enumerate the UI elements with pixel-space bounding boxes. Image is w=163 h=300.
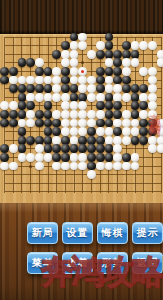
white-stone — [113, 84, 122, 93]
white-stone — [78, 76, 87, 85]
black-stone — [105, 153, 114, 162]
white-stone — [122, 119, 131, 128]
top-wood-header — [0, 0, 163, 34]
grid-line — [5, 191, 163, 192]
white-stone — [148, 101, 157, 110]
white-stone — [35, 153, 44, 162]
white-stone — [35, 58, 44, 67]
black-stone — [18, 58, 27, 67]
white-stone — [157, 50, 163, 59]
black-stone — [0, 144, 9, 153]
situation-button[interactable]: 形势 — [97, 252, 128, 274]
new-game-button[interactable]: 新局 — [27, 222, 58, 244]
black-stone — [52, 50, 61, 59]
white-stone — [44, 93, 53, 102]
black-stone — [96, 76, 105, 85]
white-stone — [61, 50, 70, 59]
white-stone — [26, 119, 35, 128]
black-stone — [78, 144, 87, 153]
white-stone — [9, 162, 18, 171]
black-stone — [35, 84, 44, 93]
white-stone — [70, 127, 79, 136]
white-stone — [148, 144, 157, 153]
white-stone — [26, 153, 35, 162]
black-stone — [139, 101, 148, 110]
white-stone — [52, 162, 61, 171]
black-stone — [87, 127, 96, 136]
star-point — [81, 61, 84, 64]
black-stone — [87, 153, 96, 162]
white-stone — [26, 93, 35, 102]
black-stone — [105, 110, 114, 119]
white-stone — [70, 67, 79, 76]
settings-button[interactable]: 设置 — [62, 222, 93, 244]
black-stone — [131, 84, 140, 93]
black-stone — [131, 110, 140, 119]
black-stone — [44, 110, 53, 119]
black-stone — [26, 101, 35, 110]
black-stone — [0, 153, 9, 162]
black-stone — [0, 76, 9, 85]
white-stone — [113, 136, 122, 145]
black-stone — [96, 153, 105, 162]
black-stone — [122, 84, 131, 93]
black-stone — [96, 84, 105, 93]
white-stone — [148, 136, 157, 145]
white-stone — [18, 119, 27, 128]
black-stone — [105, 101, 114, 110]
white-stone — [148, 76, 157, 85]
white-stone — [78, 162, 87, 171]
black-stone — [18, 144, 27, 153]
white-stone — [35, 76, 44, 85]
black-stone — [18, 93, 27, 102]
go-board[interactable] — [0, 34, 163, 203]
white-stone — [0, 101, 9, 110]
white-stone — [9, 76, 18, 85]
black-stone — [52, 144, 61, 153]
white-stone — [122, 58, 131, 67]
black-stone — [0, 67, 9, 76]
white-stone — [148, 84, 157, 93]
black-stone — [139, 119, 148, 128]
black-stone — [44, 67, 53, 76]
white-stone — [61, 93, 70, 102]
black-stone — [44, 101, 53, 110]
white-stone — [70, 136, 79, 145]
black-stone — [105, 41, 114, 50]
white-stone — [52, 84, 61, 93]
white-stone — [139, 67, 148, 76]
black-stone — [96, 144, 105, 153]
black-stone — [44, 119, 53, 128]
black-stone — [113, 76, 122, 85]
black-stone — [61, 144, 70, 153]
black-stone — [9, 84, 18, 93]
black-stone — [131, 93, 140, 102]
black-stone — [9, 67, 18, 76]
black-stone — [139, 136, 148, 145]
black-stone — [105, 119, 114, 128]
white-stone — [52, 67, 61, 76]
white-stone — [70, 110, 79, 119]
white-stone — [35, 162, 44, 171]
last-move-marker — [81, 70, 84, 73]
white-stone — [96, 127, 105, 136]
white-stone — [122, 127, 131, 136]
black-stone — [122, 50, 131, 59]
white-stone — [105, 136, 114, 145]
black-stone — [70, 33, 79, 42]
white-stone — [78, 33, 87, 42]
white-stone — [87, 50, 96, 59]
app-screen: 新局 设置 悔棋 提示 菜单 虚着 形势 返回 奔鸿攻略网 奔鸿攻略网 — [0, 0, 163, 300]
white-stone — [87, 76, 96, 85]
black-stone — [148, 119, 157, 128]
black-stone — [9, 119, 18, 128]
white-stone — [113, 144, 122, 153]
black-stone — [70, 84, 79, 93]
white-stone — [70, 41, 79, 50]
black-stone — [61, 76, 70, 85]
black-stone — [61, 67, 70, 76]
black-stone — [96, 101, 105, 110]
white-stone — [87, 170, 96, 179]
black-stone — [113, 67, 122, 76]
white-stone — [157, 119, 163, 128]
hint-button[interactable]: 提示 — [132, 222, 163, 244]
black-stone — [139, 84, 148, 93]
white-stone — [44, 76, 53, 85]
white-stone — [131, 153, 140, 162]
black-stone — [18, 136, 27, 145]
black-stone — [96, 136, 105, 145]
black-stone — [44, 144, 53, 153]
white-stone — [70, 76, 79, 85]
white-stone — [122, 93, 131, 102]
white-stone — [131, 127, 140, 136]
pass-button[interactable]: 虚着 — [62, 252, 93, 274]
white-stone — [87, 93, 96, 102]
white-stone — [78, 84, 87, 93]
black-stone — [139, 127, 148, 136]
black-stone — [131, 136, 140, 145]
white-stone — [105, 58, 114, 67]
white-stone — [87, 119, 96, 128]
black-stone — [122, 41, 131, 50]
black-stone — [113, 127, 122, 136]
black-stone — [87, 144, 96, 153]
black-stone — [35, 110, 44, 119]
white-stone — [148, 110, 157, 119]
white-stone — [70, 153, 79, 162]
black-stone — [26, 84, 35, 93]
white-stone — [122, 162, 131, 171]
white-stone — [78, 101, 87, 110]
black-stone — [70, 144, 79, 153]
black-stone — [18, 84, 27, 93]
white-stone — [139, 41, 148, 50]
white-stone — [131, 41, 140, 50]
white-stone — [70, 50, 79, 59]
white-stone — [139, 93, 148, 102]
white-stone — [61, 119, 70, 128]
black-stone — [105, 67, 114, 76]
black-stone — [52, 127, 61, 136]
black-stone — [122, 153, 131, 162]
black-stone — [78, 93, 87, 102]
black-stone — [87, 136, 96, 145]
black-stone — [96, 67, 105, 76]
white-stone — [52, 110, 61, 119]
black-stone — [87, 162, 96, 171]
white-stone — [157, 144, 163, 153]
white-stone — [148, 41, 157, 50]
black-stone — [52, 153, 61, 162]
white-stone — [0, 162, 9, 171]
white-stone — [131, 162, 140, 171]
black-stone — [61, 153, 70, 162]
white-stone — [105, 162, 114, 171]
white-stone — [44, 153, 53, 162]
black-stone — [35, 136, 44, 145]
undo-button[interactable]: 悔棋 — [97, 222, 128, 244]
black-stone — [148, 127, 157, 136]
black-stone — [44, 127, 53, 136]
white-stone — [61, 58, 70, 67]
white-stone — [70, 119, 79, 128]
black-stone — [35, 67, 44, 76]
white-stone — [87, 110, 96, 119]
white-stone — [122, 136, 131, 145]
white-stone — [139, 110, 148, 119]
white-stone — [18, 76, 27, 85]
white-stone — [96, 110, 105, 119]
black-stone — [105, 93, 114, 102]
black-stone — [113, 50, 122, 59]
white-stone — [87, 84, 96, 93]
white-stone — [96, 41, 105, 50]
black-stone — [70, 93, 79, 102]
white-stone — [78, 127, 87, 136]
white-stone — [70, 58, 79, 67]
white-stone — [113, 119, 122, 128]
white-stone — [131, 119, 140, 128]
white-stone — [9, 144, 18, 153]
black-stone — [35, 119, 44, 128]
black-stone — [52, 119, 61, 128]
white-stone — [61, 162, 70, 171]
black-stone — [44, 84, 53, 93]
black-stone — [131, 50, 140, 59]
white-stone — [157, 136, 163, 145]
white-stone — [113, 153, 122, 162]
white-stone — [78, 119, 87, 128]
white-stone — [78, 153, 87, 162]
black-stone — [18, 110, 27, 119]
white-stone — [96, 93, 105, 102]
white-stone — [78, 67, 87, 76]
black-stone — [96, 119, 105, 128]
white-stone — [113, 162, 122, 171]
white-stone — [148, 93, 157, 102]
white-stone — [122, 67, 131, 76]
black-stone — [78, 136, 87, 145]
black-stone — [26, 136, 35, 145]
black-stone — [44, 136, 53, 145]
white-stone — [26, 76, 35, 85]
white-stone — [26, 110, 35, 119]
menu-button[interactable]: 菜单 — [27, 252, 58, 274]
white-stone — [52, 93, 61, 102]
black-stone — [122, 76, 131, 85]
black-stone — [61, 41, 70, 50]
black-stone — [9, 110, 18, 119]
black-stone — [131, 101, 140, 110]
white-stone — [70, 101, 79, 110]
white-stone — [122, 110, 131, 119]
white-stone — [131, 58, 140, 67]
black-stone — [0, 110, 9, 119]
white-stone — [78, 41, 87, 50]
white-stone — [70, 162, 79, 171]
white-stone — [9, 101, 18, 110]
black-stone — [26, 58, 35, 67]
white-stone — [35, 144, 44, 153]
grid-line — [5, 183, 163, 184]
white-stone — [61, 127, 70, 136]
black-stone — [96, 50, 105, 59]
white-stone — [78, 110, 87, 119]
white-stone — [61, 110, 70, 119]
white-stone — [105, 84, 114, 93]
white-stone — [105, 76, 114, 85]
black-stone — [105, 144, 114, 153]
white-stone — [52, 76, 61, 85]
white-stone — [61, 101, 70, 110]
grid-line — [5, 174, 163, 175]
white-stone — [18, 153, 27, 162]
black-stone — [61, 84, 70, 93]
white-stone — [113, 93, 122, 102]
white-stone — [157, 58, 163, 67]
black-stone — [105, 50, 114, 59]
black-stone — [61, 136, 70, 145]
black-stone — [18, 127, 27, 136]
white-stone — [148, 67, 157, 76]
black-stone — [0, 119, 9, 128]
white-stone — [52, 136, 61, 145]
white-stone — [35, 93, 44, 102]
black-stone — [113, 110, 122, 119]
white-stone — [157, 127, 163, 136]
black-stone — [113, 58, 122, 67]
black-stone — [105, 33, 114, 42]
white-stone — [96, 162, 105, 171]
black-stone — [113, 101, 122, 110]
white-stone — [105, 127, 114, 136]
back-button[interactable]: 返回 — [132, 252, 163, 274]
star-point — [29, 165, 32, 168]
black-stone — [18, 101, 27, 110]
